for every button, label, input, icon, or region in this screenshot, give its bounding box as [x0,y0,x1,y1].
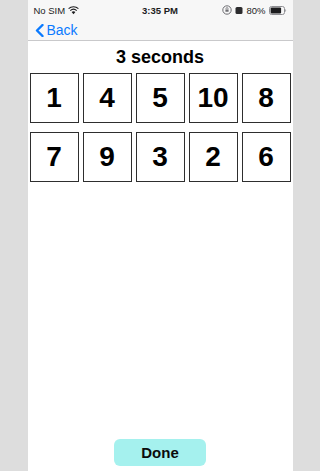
wifi-icon [68,6,79,15]
battery-icon [269,6,287,15]
number-cell-r1c2[interactable]: 4 [83,73,132,123]
done-button[interactable]: Done [114,439,206,466]
number-cell-r1c4[interactable]: 10 [189,73,238,123]
number-cell-r1c3[interactable]: 5 [136,73,185,123]
number-cell-r2c4[interactable]: 2 [189,132,238,182]
countdown-title: 3 seconds [28,47,293,67]
number-cell-r2c1[interactable]: 7 [30,132,79,182]
orientation-lock-icon [222,5,232,15]
carrier-label: No SIM [34,5,66,16]
number-cell-r1c1[interactable]: 1 [30,73,79,123]
status-bar: No SIM 3:35 PM 80% [28,0,293,20]
number-grid: 14510879326 [30,73,291,182]
chevron-left-icon [35,24,44,37]
number-cell-r2c3[interactable]: 3 [136,132,185,182]
number-cell-r2c5[interactable]: 6 [242,132,291,182]
back-button[interactable]: Back [35,22,78,38]
square-status-icon [235,6,243,15]
nav-bar: Back [28,20,293,41]
number-cell-r2c2[interactable]: 9 [83,132,132,182]
back-label: Back [47,22,78,38]
battery-percent: 80% [246,5,265,16]
status-bar-right: 80% [222,5,286,16]
number-cell-r1c5[interactable]: 8 [242,73,291,123]
app-screen: No SIM 3:35 PM 80% [28,0,293,471]
status-bar-left: No SIM [34,5,80,16]
